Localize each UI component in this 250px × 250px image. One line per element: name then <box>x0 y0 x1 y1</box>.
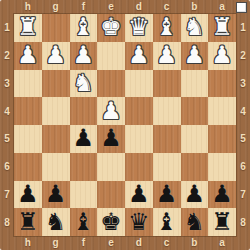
square-a1[interactable]: ♜ <box>208 14 236 42</box>
square-a6[interactable] <box>208 153 236 181</box>
square-d2[interactable]: ♟ <box>125 42 153 70</box>
file-label-g: g <box>42 0 70 14</box>
file-label-a: a <box>208 0 236 14</box>
square-c4[interactable] <box>153 97 181 125</box>
white-pawn: ♟ <box>73 42 95 69</box>
white-pawn: ♟ <box>17 42 39 69</box>
square-e5[interactable]: ♟ <box>97 125 125 153</box>
file-label-c: c <box>153 236 181 250</box>
square-c7[interactable]: ♟ <box>153 181 181 209</box>
square-h6[interactable] <box>14 153 42 181</box>
square-h1[interactable]: ♜ <box>14 14 42 42</box>
rank-label-5: 5 <box>0 125 14 153</box>
black-pawn: ♟ <box>17 181 39 208</box>
square-h5[interactable] <box>14 125 42 153</box>
black-rook: ♜ <box>211 209 233 236</box>
square-e6[interactable] <box>97 153 125 181</box>
white-to-move-indicator <box>236 2 247 13</box>
square-g3[interactable] <box>42 70 70 98</box>
square-c1[interactable]: ♝ <box>153 14 181 42</box>
rank-label-5: 5 <box>236 125 250 153</box>
square-d1[interactable]: ♛ <box>125 14 153 42</box>
file-labels-bottom: hgfedcba <box>14 236 236 250</box>
square-b4[interactable] <box>181 97 209 125</box>
square-d4[interactable] <box>125 97 153 125</box>
black-pawn: ♟ <box>128 181 150 208</box>
square-a7[interactable]: ♟ <box>208 181 236 209</box>
file-label-f: f <box>70 236 98 250</box>
black-pawn: ♟ <box>156 181 178 208</box>
square-h3[interactable] <box>14 70 42 98</box>
square-g1[interactable] <box>42 14 70 42</box>
square-f5[interactable]: ♟ <box>70 125 98 153</box>
square-b1[interactable]: ♞ <box>181 14 209 42</box>
black-pawn: ♟ <box>211 181 233 208</box>
rank-label-6: 6 <box>0 153 14 181</box>
square-h4[interactable] <box>14 97 42 125</box>
square-e4[interactable]: ♟ <box>97 97 125 125</box>
white-pawn: ♟ <box>45 42 67 69</box>
square-h8[interactable]: ♜ <box>14 208 42 236</box>
white-king: ♚ <box>100 14 122 41</box>
square-b8[interactable]: ♞ <box>181 208 209 236</box>
black-bishop: ♝ <box>156 209 178 236</box>
white-bishop: ♝ <box>73 14 95 41</box>
white-pawn: ♟ <box>128 42 150 69</box>
square-e7[interactable] <box>97 181 125 209</box>
square-e8[interactable]: ♚ <box>97 208 125 236</box>
square-b7[interactable]: ♟ <box>181 181 209 209</box>
file-label-d: d <box>125 236 153 250</box>
square-f8[interactable]: ♝ <box>70 208 98 236</box>
square-a4[interactable] <box>208 97 236 125</box>
rank-label-1: 1 <box>0 14 14 42</box>
file-label-c: c <box>153 0 181 14</box>
rank-label-1: 1 <box>236 14 250 42</box>
square-g6[interactable] <box>42 153 70 181</box>
square-b6[interactable] <box>181 153 209 181</box>
rank-label-7: 7 <box>0 181 14 209</box>
rank-label-3: 3 <box>236 70 250 98</box>
white-bishop: ♝ <box>156 14 178 41</box>
white-pawn: ♟ <box>100 98 122 125</box>
rank-label-7: 7 <box>236 181 250 209</box>
black-knight: ♞ <box>184 209 206 236</box>
file-label-e: e <box>97 236 125 250</box>
square-d6[interactable] <box>125 153 153 181</box>
square-c8[interactable]: ♝ <box>153 208 181 236</box>
file-labels-top: hgfedcba <box>14 0 236 14</box>
square-c3[interactable] <box>153 70 181 98</box>
square-d5[interactable] <box>125 125 153 153</box>
black-rook: ♜ <box>17 209 39 236</box>
white-pawn: ♟ <box>211 42 233 69</box>
rank-label-4: 4 <box>0 97 14 125</box>
square-d3[interactable] <box>125 70 153 98</box>
chess-board-frame: hgfedcba hgfedcba 12345678 12345678 ♜♝♚♛… <box>0 0 250 250</box>
square-f1[interactable]: ♝ <box>70 14 98 42</box>
square-g5[interactable] <box>42 125 70 153</box>
black-pawn: ♟ <box>184 181 206 208</box>
white-rook: ♜ <box>211 14 233 41</box>
black-bishop: ♝ <box>73 209 95 236</box>
rank-label-2: 2 <box>236 42 250 70</box>
file-label-g: g <box>42 236 70 250</box>
black-queen: ♛ <box>128 209 150 236</box>
file-label-a: a <box>208 236 236 250</box>
white-pawn: ♟ <box>156 42 178 69</box>
white-queen: ♛ <box>128 14 150 41</box>
square-f6[interactable] <box>70 153 98 181</box>
square-c6[interactable] <box>153 153 181 181</box>
white-knight: ♞ <box>184 14 206 41</box>
rank-labels-left: 12345678 <box>0 14 14 236</box>
file-label-d: d <box>125 0 153 14</box>
chess-board: ♜♝♚♛♝♞♜♟♟♟♟♟♟♟♞♟♟♟♟♟♟♟♟♟♜♞♝♚♛♝♞♜ <box>14 14 236 236</box>
rank-label-2: 2 <box>0 42 14 70</box>
black-pawn: ♟ <box>45 181 67 208</box>
square-g7[interactable]: ♟ <box>42 181 70 209</box>
rank-labels-right: 12345678 <box>236 14 250 236</box>
square-e2[interactable] <box>97 42 125 70</box>
file-label-h: h <box>14 236 42 250</box>
square-g8[interactable]: ♞ <box>42 208 70 236</box>
black-pawn: ♟ <box>73 125 95 152</box>
rank-label-3: 3 <box>0 70 14 98</box>
square-a2[interactable]: ♟ <box>208 42 236 70</box>
file-label-f: f <box>70 0 98 14</box>
square-c2[interactable]: ♟ <box>153 42 181 70</box>
square-d7[interactable]: ♟ <box>125 181 153 209</box>
file-label-h: h <box>14 0 42 14</box>
square-f2[interactable]: ♟ <box>70 42 98 70</box>
black-king: ♚ <box>100 209 122 236</box>
square-b2[interactable]: ♟ <box>181 42 209 70</box>
square-f3[interactable]: ♞ <box>70 70 98 98</box>
white-rook: ♜ <box>17 14 39 41</box>
square-b3[interactable] <box>181 70 209 98</box>
file-label-b: b <box>181 0 209 14</box>
square-f7[interactable] <box>70 181 98 209</box>
square-d8[interactable]: ♛ <box>125 208 153 236</box>
rank-label-8: 8 <box>0 208 14 236</box>
square-h2[interactable]: ♟ <box>14 42 42 70</box>
rank-label-6: 6 <box>236 153 250 181</box>
white-pawn: ♟ <box>184 42 206 69</box>
black-knight: ♞ <box>45 209 67 236</box>
rank-label-8: 8 <box>236 208 250 236</box>
square-e3[interactable] <box>97 70 125 98</box>
square-h7[interactable]: ♟ <box>14 181 42 209</box>
square-g4[interactable] <box>42 97 70 125</box>
white-knight: ♞ <box>73 70 95 97</box>
square-a8[interactable]: ♜ <box>208 208 236 236</box>
square-b5[interactable] <box>181 125 209 153</box>
square-e1[interactable]: ♚ <box>97 14 125 42</box>
square-c5[interactable] <box>153 125 181 153</box>
rank-label-4: 4 <box>236 97 250 125</box>
square-f4[interactable] <box>70 97 98 125</box>
black-pawn: ♟ <box>100 125 122 152</box>
file-label-b: b <box>181 236 209 250</box>
square-g2[interactable]: ♟ <box>42 42 70 70</box>
square-a5[interactable] <box>208 125 236 153</box>
file-label-e: e <box>97 0 125 14</box>
square-a3[interactable] <box>208 70 236 98</box>
